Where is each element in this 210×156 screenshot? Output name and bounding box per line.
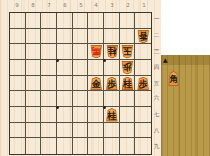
square-3-2[interactable] bbox=[104, 29, 120, 45]
piece-face: 歩 bbox=[107, 78, 118, 90]
square-7-3[interactable] bbox=[41, 44, 57, 60]
shogi-piece-sente-歩-1五[interactable]: 歩 bbox=[137, 77, 150, 91]
square-8-9[interactable] bbox=[26, 138, 42, 154]
square-5-2[interactable] bbox=[73, 29, 89, 45]
piece-face: 玉 bbox=[122, 46, 133, 58]
occupied-square-2五: 桂 bbox=[120, 76, 136, 92]
piece-kanji: 歩 bbox=[107, 78, 117, 89]
occupied-square-4三: 馬 bbox=[88, 44, 104, 60]
square-4-1[interactable] bbox=[88, 13, 104, 29]
shogi-piece-sente-歩-3五[interactable]: 歩 bbox=[106, 77, 119, 91]
piece-face: 桂 bbox=[122, 78, 133, 90]
square-7-6[interactable] bbox=[41, 91, 57, 107]
rank-label-7: 七 bbox=[153, 110, 159, 121]
file-label-9: 9 bbox=[12, 2, 23, 8]
occupied-square-2三: 玉 bbox=[120, 44, 136, 60]
square-6-9[interactable] bbox=[57, 138, 73, 154]
square-6-1[interactable] bbox=[57, 13, 73, 29]
shogi-piece-sente-桂-2五[interactable]: 桂 bbox=[121, 77, 134, 91]
occupied-square-3三: 桂 bbox=[104, 44, 120, 60]
square-7-1[interactable] bbox=[41, 13, 57, 29]
occupied-square-3五: 歩 bbox=[104, 76, 120, 92]
square-9-3[interactable] bbox=[10, 44, 26, 60]
square-1-6[interactable] bbox=[135, 91, 151, 107]
square-1-4[interactable] bbox=[135, 60, 151, 76]
square-9-6[interactable] bbox=[10, 91, 26, 107]
file-label-6: 6 bbox=[59, 2, 70, 8]
piece-face: 歩 bbox=[122, 62, 133, 74]
occupied-square-4五: 金 bbox=[88, 76, 104, 92]
square-3-1[interactable] bbox=[104, 13, 120, 29]
square-5-6[interactable] bbox=[73, 91, 89, 107]
piece-face: 馬 bbox=[91, 46, 102, 58]
square-6-8[interactable] bbox=[57, 123, 73, 139]
square-9-2[interactable] bbox=[10, 29, 26, 45]
rank-label-1: 一 bbox=[153, 14, 159, 25]
square-6-2[interactable] bbox=[57, 29, 73, 45]
occupied-square-1五: 歩 bbox=[135, 76, 151, 92]
piece-kanji: 歩 bbox=[123, 62, 133, 73]
file-label-1: 1 bbox=[139, 2, 150, 8]
square-6-3[interactable] bbox=[57, 44, 73, 60]
shogi-piece-gote-馬-4三[interactable]: 馬 bbox=[90, 45, 103, 59]
square-1-3[interactable] bbox=[135, 44, 151, 60]
rank-label-5: 五 bbox=[153, 78, 159, 89]
square-1-1[interactable] bbox=[135, 13, 151, 29]
file-label-5: 5 bbox=[75, 2, 86, 8]
square-7-8[interactable] bbox=[41, 123, 57, 139]
shogi-piece-gote-桂-3三[interactable]: 桂 bbox=[106, 45, 119, 59]
square-2-2[interactable] bbox=[120, 29, 136, 45]
occupied-square-2四: 歩 bbox=[120, 60, 136, 76]
sente-mark-icon: ▲ bbox=[163, 57, 168, 63]
square-8-7[interactable] bbox=[26, 107, 42, 123]
hand-pieces: 角 bbox=[161, 67, 210, 155]
file-label-3: 3 bbox=[107, 2, 118, 8]
file-label-8: 8 bbox=[27, 2, 38, 8]
piece-kanji: 桂 bbox=[123, 78, 133, 89]
square-7-4[interactable] bbox=[41, 60, 57, 76]
square-3-8[interactable] bbox=[104, 123, 120, 139]
file-coordinates: 987654321 bbox=[9, 1, 152, 10]
square-9-1[interactable] bbox=[10, 13, 26, 29]
square-5-8[interactable] bbox=[73, 123, 89, 139]
square-4-9[interactable] bbox=[88, 138, 104, 154]
shogi-piece-gote-香-1二[interactable]: 香 bbox=[137, 30, 150, 44]
file-label-4: 4 bbox=[91, 2, 102, 8]
shogi-diagram: 987654321 一二三四五六七八九 香馬桂玉歩金歩桂歩桂 ▲ 角 bbox=[0, 0, 210, 156]
square-9-7[interactable] bbox=[10, 107, 26, 123]
piece-face: 角 bbox=[169, 72, 178, 85]
rank-label-9: 九 bbox=[153, 141, 159, 152]
square-4-8[interactable] bbox=[88, 123, 104, 139]
shogi-piece-sente-角-in-hand[interactable]: 角 bbox=[168, 71, 179, 86]
rank-label-8: 八 bbox=[153, 126, 159, 137]
shogi-board: 987654321 一二三四五六七八九 香馬桂玉歩金歩桂歩桂 bbox=[0, 0, 161, 156]
square-3-4[interactable] bbox=[104, 60, 120, 76]
square-8-3[interactable] bbox=[26, 44, 42, 60]
square-9-4[interactable] bbox=[10, 60, 26, 76]
piece-face: 桂 bbox=[107, 109, 118, 121]
square-7-5[interactable] bbox=[41, 76, 57, 92]
rank-coordinates: 一二三四五六七八九 bbox=[152, 12, 161, 155]
square-8-4[interactable] bbox=[26, 60, 42, 76]
square-4-2[interactable] bbox=[88, 29, 104, 45]
square-6-5[interactable] bbox=[57, 76, 73, 92]
square-5-4[interactable] bbox=[73, 60, 89, 76]
file-label-7: 7 bbox=[43, 2, 54, 8]
shogi-piece-sente-桂-3七[interactable]: 桂 bbox=[106, 108, 119, 122]
board-grid: 香馬桂玉歩金歩桂歩桂 bbox=[9, 12, 152, 155]
piece-face: 歩 bbox=[138, 78, 149, 90]
occupied-square-1二: 香 bbox=[135, 29, 151, 45]
square-6-4[interactable] bbox=[57, 60, 73, 76]
piece-kanji: 桂 bbox=[107, 110, 117, 121]
square-8-1[interactable] bbox=[26, 13, 42, 29]
shogi-piece-gote-玉-2三[interactable]: 玉 bbox=[121, 45, 134, 59]
square-9-5[interactable] bbox=[10, 76, 26, 92]
square-1-8[interactable] bbox=[135, 123, 151, 139]
piece-kanji: 金 bbox=[91, 78, 101, 89]
rank-label-2: 二 bbox=[153, 30, 159, 41]
piece-kanji: 馬 bbox=[91, 46, 101, 57]
komadai-sente: ▲ 角 bbox=[161, 55, 210, 156]
piece-kanji: 桂 bbox=[107, 46, 117, 57]
rank-label-3: 三 bbox=[153, 46, 159, 57]
square-3-6[interactable] bbox=[104, 91, 120, 107]
piece-kanji: 角 bbox=[169, 73, 178, 85]
komadai-header: ▲ bbox=[161, 55, 210, 65]
piece-face: 金 bbox=[91, 78, 102, 90]
square-5-5[interactable] bbox=[73, 76, 89, 92]
piece-kanji: 玉 bbox=[123, 46, 133, 57]
square-6-6[interactable] bbox=[57, 91, 73, 107]
shogi-piece-gote-歩-2四[interactable]: 歩 bbox=[121, 61, 134, 75]
square-7-7[interactable] bbox=[41, 107, 57, 123]
square-5-7[interactable] bbox=[73, 107, 89, 123]
square-2-6[interactable] bbox=[120, 91, 136, 107]
piece-face: 香 bbox=[138, 31, 149, 43]
rank-label-6: 六 bbox=[153, 94, 159, 105]
square-4-7[interactable] bbox=[88, 107, 104, 123]
rank-label-4: 四 bbox=[153, 62, 159, 73]
square-5-1[interactable] bbox=[73, 13, 89, 29]
square-8-2[interactable] bbox=[26, 29, 42, 45]
square-1-7[interactable] bbox=[135, 107, 151, 123]
square-9-9[interactable] bbox=[10, 138, 26, 154]
square-6-7[interactable] bbox=[57, 107, 73, 123]
square-8-6[interactable] bbox=[26, 91, 42, 107]
square-3-9[interactable] bbox=[104, 138, 120, 154]
square-7-9[interactable] bbox=[41, 138, 57, 154]
square-8-5[interactable] bbox=[26, 76, 42, 92]
square-2-8[interactable] bbox=[120, 123, 136, 139]
square-2-7[interactable] bbox=[120, 107, 136, 123]
square-9-8[interactable] bbox=[10, 123, 26, 139]
shogi-piece-sente-金-4五[interactable]: 金 bbox=[90, 77, 103, 91]
occupied-square-3七: 桂 bbox=[104, 107, 120, 123]
square-2-1[interactable] bbox=[120, 13, 136, 29]
square-2-9[interactable] bbox=[120, 138, 136, 154]
square-8-8[interactable] bbox=[26, 123, 42, 139]
square-1-9[interactable] bbox=[135, 138, 151, 154]
square-4-4[interactable] bbox=[88, 60, 104, 76]
file-label-2: 2 bbox=[123, 2, 134, 8]
piece-face: 桂 bbox=[107, 46, 118, 58]
square-5-3[interactable] bbox=[73, 44, 89, 60]
square-4-6[interactable] bbox=[88, 91, 104, 107]
piece-kanji: 香 bbox=[138, 31, 148, 42]
square-7-2[interactable] bbox=[41, 29, 57, 45]
square-5-9[interactable] bbox=[73, 138, 89, 154]
piece-kanji: 歩 bbox=[138, 78, 148, 89]
